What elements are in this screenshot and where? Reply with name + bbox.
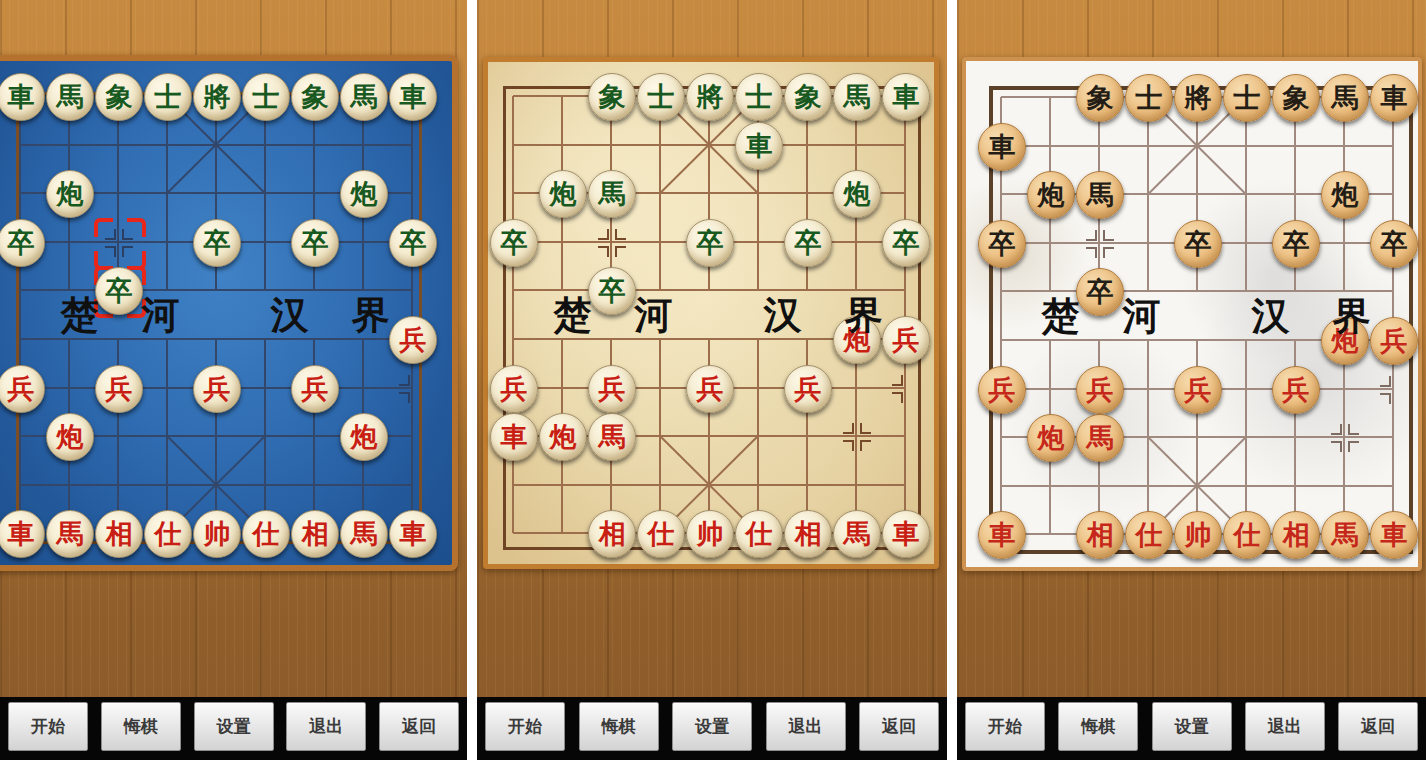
settings-button[interactable]: 设置	[672, 702, 752, 751]
back-button[interactable]: 返回	[1338, 702, 1418, 751]
point-marker	[843, 423, 854, 434]
board-layer: 象士將士象馬車車炮馬炮卒卒卒卒卒炮兵兵兵兵兵炮馬車相仕帅仕相馬車	[957, 0, 1426, 760]
piece-red-兵[interactable]: 兵	[1272, 366, 1320, 414]
exit-button[interactable]: 退出	[766, 702, 846, 751]
point-marker	[1348, 441, 1359, 452]
piece-red-兵[interactable]: 兵	[291, 365, 339, 413]
start-button[interactable]: 开始	[8, 702, 88, 751]
piece-red-車[interactable]: 車	[389, 510, 437, 558]
settings-button[interactable]: 设置	[1152, 702, 1232, 751]
point-marker	[1086, 230, 1097, 241]
piece-red-車[interactable]: 車	[882, 510, 930, 558]
piece-black-車[interactable]: 車	[0, 73, 45, 121]
grid-line	[1343, 340, 1345, 534]
piece-black-炮[interactable]: 炮	[46, 170, 94, 218]
piece-red-兵[interactable]: 兵	[1076, 366, 1124, 414]
piece-red-帅[interactable]: 帅	[1174, 511, 1222, 559]
piece-red-仕[interactable]: 仕	[637, 510, 685, 558]
piece-red-仕[interactable]: 仕	[735, 510, 783, 558]
piece-red-馬[interactable]: 馬	[588, 413, 636, 461]
piece-red-帅[interactable]: 帅	[686, 510, 734, 558]
piece-red-相[interactable]: 相	[784, 510, 832, 558]
last-move-marker	[94, 218, 113, 237]
piece-red-仕[interactable]: 仕	[1125, 511, 1173, 559]
undo-button[interactable]: 悔棋	[579, 702, 659, 751]
piece-red-車[interactable]: 車	[490, 413, 538, 461]
piece-black-馬[interactable]: 馬	[46, 73, 94, 121]
piece-red-馬[interactable]: 馬	[1321, 511, 1369, 559]
piece-black-車[interactable]: 車	[735, 122, 783, 170]
point-marker	[860, 440, 871, 451]
piece-black-象[interactable]: 象	[95, 73, 143, 121]
piece-black-卒[interactable]: 卒	[193, 219, 241, 267]
piece-red-車[interactable]: 車	[978, 511, 1026, 559]
point-marker	[598, 246, 609, 257]
toolbar: 开始 悔棋 设置 退出 返回	[957, 697, 1426, 760]
point-marker	[598, 229, 609, 240]
piece-red-炮[interactable]: 炮	[1027, 414, 1075, 462]
toolbar: 开始 悔棋 设置 退出 返回	[0, 697, 467, 760]
piece-red-車[interactable]: 車	[0, 510, 45, 558]
piece-red-相[interactable]: 相	[1076, 511, 1124, 559]
piece-black-將[interactable]: 將	[686, 73, 734, 121]
point-marker	[615, 229, 626, 240]
grid-line	[1392, 97, 1394, 534]
piece-red-兵[interactable]: 兵	[882, 316, 930, 364]
piece-black-士[interactable]: 士	[637, 73, 685, 121]
piece-black-卒[interactable]: 卒	[686, 219, 734, 267]
piece-red-兵[interactable]: 兵	[686, 365, 734, 413]
piece-black-卒[interactable]: 卒	[978, 220, 1026, 268]
undo-button[interactable]: 悔棋	[1058, 702, 1138, 751]
piece-red-馬[interactable]: 馬	[1076, 414, 1124, 462]
point-marker	[1103, 230, 1114, 241]
piece-red-兵[interactable]: 兵	[978, 366, 1026, 414]
piece-black-炮[interactable]: 炮	[1321, 171, 1369, 219]
point-marker	[399, 375, 410, 386]
settings-button[interactable]: 设置	[194, 702, 274, 751]
point-marker	[1380, 376, 1391, 387]
point-marker	[860, 423, 871, 434]
piece-red-馬[interactable]: 馬	[340, 510, 388, 558]
piece-red-炮[interactable]: 炮	[46, 413, 94, 461]
piece-black-象[interactable]: 象	[784, 73, 832, 121]
piece-red-兵[interactable]: 兵	[490, 365, 538, 413]
start-button[interactable]: 开始	[485, 702, 565, 751]
piece-red-兵[interactable]: 兵	[784, 365, 832, 413]
piece-black-士[interactable]: 士	[1125, 74, 1173, 122]
piece-red-車[interactable]: 車	[1370, 511, 1418, 559]
piece-red-炮[interactable]: 炮	[1321, 317, 1369, 365]
piece-red-仕[interactable]: 仕	[242, 510, 290, 558]
piece-red-兵[interactable]: 兵	[1370, 317, 1418, 365]
piece-black-炮[interactable]: 炮	[340, 170, 388, 218]
piece-red-炮[interactable]: 炮	[539, 413, 587, 461]
piece-black-馬[interactable]: 馬	[1076, 171, 1124, 219]
three-theme-comparison: 楚 河 汉 界 車馬象士將士象馬車炮炮卒卒卒卒卒兵兵兵兵兵炮炮車馬相仕帅仕相馬車…	[0, 0, 1426, 760]
piece-black-卒[interactable]: 卒	[1076, 268, 1124, 316]
start-button[interactable]: 开始	[965, 702, 1045, 751]
piece-black-將[interactable]: 將	[1174, 74, 1222, 122]
point-marker	[1348, 424, 1359, 435]
point-marker	[1331, 441, 1342, 452]
back-button[interactable]: 返回	[859, 702, 939, 751]
board-layer: 象士將士象馬車車炮馬炮卒卒卒卒卒炮兵兵兵兵兵車炮馬相仕帅仕相馬車	[477, 0, 947, 760]
piece-black-象[interactable]: 象	[1272, 74, 1320, 122]
panel-blue-theme: 楚 河 汉 界 車馬象士將士象馬車炮炮卒卒卒卒卒兵兵兵兵兵炮炮車馬相仕帅仕相馬車…	[0, 0, 467, 760]
piece-red-馬[interactable]: 馬	[46, 510, 94, 558]
point-marker	[615, 246, 626, 257]
piece-black-卒[interactable]: 卒	[882, 219, 930, 267]
point-marker	[1380, 393, 1391, 404]
piece-red-兵[interactable]: 兵	[389, 316, 437, 364]
piece-red-馬[interactable]: 馬	[833, 510, 881, 558]
piece-black-馬[interactable]: 馬	[588, 170, 636, 218]
point-marker	[399, 392, 410, 403]
piece-black-士[interactable]: 士	[144, 73, 192, 121]
piece-black-車[interactable]: 車	[389, 73, 437, 121]
panel-parchment-theme: 楚 河 汉 界 象士將士象馬車車炮馬炮卒卒卒卒卒炮兵兵兵兵兵車炮馬相仕帅仕相馬車…	[477, 0, 947, 760]
piece-black-將[interactable]: 將	[193, 73, 241, 121]
piece-black-車[interactable]: 車	[882, 73, 930, 121]
point-marker	[843, 440, 854, 451]
exit-button[interactable]: 退出	[1245, 702, 1325, 751]
piece-black-象[interactable]: 象	[291, 73, 339, 121]
piece-black-卒[interactable]: 卒	[1174, 220, 1222, 268]
piece-red-相[interactable]: 相	[1272, 511, 1320, 559]
undo-button[interactable]: 悔棋	[101, 702, 181, 751]
piece-red-炮[interactable]: 炮	[833, 316, 881, 364]
piece-black-士[interactable]: 士	[1223, 74, 1271, 122]
point-marker	[892, 375, 903, 386]
piece-red-仕[interactable]: 仕	[144, 510, 192, 558]
piece-black-士[interactable]: 士	[242, 73, 290, 121]
piece-black-馬[interactable]: 馬	[1321, 74, 1369, 122]
piece-red-炮[interactable]: 炮	[340, 413, 388, 461]
last-move-marker	[127, 218, 146, 237]
piece-red-相[interactable]: 相	[95, 510, 143, 558]
piece-red-兵[interactable]: 兵	[0, 365, 45, 413]
piece-red-兵[interactable]: 兵	[588, 365, 636, 413]
piece-black-車[interactable]: 車	[978, 123, 1026, 171]
piece-black-炮[interactable]: 炮	[1027, 171, 1075, 219]
piece-black-象[interactable]: 象	[588, 73, 636, 121]
grid-line	[411, 96, 413, 533]
piece-black-卒[interactable]: 卒	[291, 219, 339, 267]
piece-red-兵[interactable]: 兵	[95, 365, 143, 413]
piece-red-兵[interactable]: 兵	[1174, 366, 1222, 414]
grid-line	[855, 339, 857, 533]
piece-black-卒[interactable]: 卒	[0, 219, 45, 267]
panel-white-theme: 楚 河 汉 界 象士將士象馬車車炮馬炮卒卒卒卒卒炮兵兵兵兵兵炮馬車相仕帅仕相馬車…	[957, 0, 1426, 760]
grid-line	[904, 96, 906, 533]
point-marker	[1331, 424, 1342, 435]
piece-red-仕[interactable]: 仕	[1223, 511, 1271, 559]
piece-black-卒[interactable]: 卒	[490, 219, 538, 267]
piece-black-士[interactable]: 士	[735, 73, 783, 121]
piece-black-象[interactable]: 象	[1076, 74, 1124, 122]
piece-black-炮[interactable]: 炮	[833, 170, 881, 218]
piece-black-卒[interactable]: 卒	[1370, 220, 1418, 268]
grid-line	[19, 96, 21, 533]
piece-black-炮[interactable]: 炮	[539, 170, 587, 218]
exit-button[interactable]: 退出	[286, 702, 366, 751]
piece-red-帅[interactable]: 帅	[193, 510, 241, 558]
piece-black-卒[interactable]: 卒	[1272, 220, 1320, 268]
piece-black-車[interactable]: 車	[1370, 74, 1418, 122]
point-marker	[1103, 247, 1114, 258]
piece-black-卒[interactable]: 卒	[588, 267, 636, 315]
point-marker	[892, 392, 903, 403]
point-marker	[1086, 247, 1097, 258]
piece-black-馬[interactable]: 馬	[340, 73, 388, 121]
piece-black-卒[interactable]: 卒	[784, 219, 832, 267]
grid-line	[512, 96, 514, 533]
board-layer: 車馬象士將士象馬車炮炮卒卒卒卒卒兵兵兵兵兵炮炮車馬相仕帅仕相馬車	[0, 0, 467, 760]
back-button[interactable]: 返回	[379, 702, 459, 751]
piece-black-卒[interactable]: 卒	[389, 219, 437, 267]
piece-black-馬[interactable]: 馬	[833, 73, 881, 121]
piece-red-相[interactable]: 相	[588, 510, 636, 558]
piece-red-相[interactable]: 相	[291, 510, 339, 558]
grid-line	[117, 96, 119, 290]
piece-red-兵[interactable]: 兵	[193, 365, 241, 413]
toolbar: 开始 悔棋 设置 退出 返回	[477, 697, 947, 760]
